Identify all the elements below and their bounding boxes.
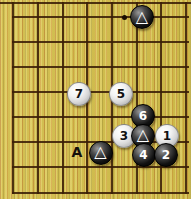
black-stone-marked[interactable]: △ — [130, 5, 154, 29]
triangle-mark-icon: △ — [136, 9, 148, 25]
grid-hline-3 — [12, 91, 189, 93]
black-stone[interactable]: 2 — [154, 143, 178, 167]
grid-hline-1 — [12, 41, 189, 43]
stone-move-number: 7 — [75, 88, 83, 100]
black-stone[interactable]: 4 — [132, 143, 156, 167]
board-top-edge-line — [0, 2, 191, 4]
point-label-a[interactable]: A — [72, 144, 83, 160]
go-board[interactable]: △7563△142△A — [0, 0, 191, 199]
grid-hline-7 — [12, 192, 189, 194]
white-stone[interactable]: 7 — [67, 82, 91, 106]
grid-hline-4 — [12, 116, 189, 118]
stone-move-number: 3 — [120, 130, 128, 142]
triangle-mark-icon: △ — [137, 127, 149, 143]
grid-hline-2 — [12, 66, 189, 68]
stone-move-number: 5 — [117, 88, 125, 100]
black-stone-marked[interactable]: △ — [89, 141, 113, 165]
hoshi-dot — [122, 15, 127, 20]
stone-move-number: 1 — [163, 130, 171, 142]
grid-hline-0 — [12, 16, 189, 18]
stone-move-number: 6 — [139, 110, 147, 122]
stone-move-number: 2 — [162, 149, 170, 161]
white-stone[interactable]: 5 — [109, 82, 133, 106]
stone-move-number: 4 — [139, 149, 147, 161]
triangle-mark-icon: △ — [94, 144, 106, 160]
